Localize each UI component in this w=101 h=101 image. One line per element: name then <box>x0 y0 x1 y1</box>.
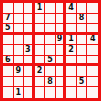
cell-r8c1-empty[interactable] <box>3 77 14 88</box>
cell-r6c4-empty[interactable] <box>35 56 46 67</box>
cell-r5c3-given[interactable]: 3 <box>24 45 35 56</box>
cell-r3c5-empty[interactable] <box>45 24 56 35</box>
cell-r2c4-empty[interactable] <box>35 14 46 25</box>
cell-r2c2-empty[interactable] <box>14 14 25 25</box>
cell-r1c7-given[interactable]: 4 <box>66 3 77 14</box>
cell-r8c8-given[interactable]: 5 <box>77 77 88 88</box>
cell-r7c1-empty[interactable] <box>3 66 14 77</box>
cell-r2c6-empty[interactable] <box>56 14 67 25</box>
cell-r1c2-empty[interactable] <box>14 3 25 14</box>
cell-r9c1-empty[interactable] <box>3 87 14 98</box>
cell-r1c5-empty[interactable] <box>45 3 56 14</box>
cell-r6c8-empty[interactable] <box>77 56 88 67</box>
cell-r7c8-empty[interactable] <box>77 66 88 77</box>
cell-r6c3-empty[interactable] <box>24 56 35 67</box>
cell-r6c5-given[interactable]: 5 <box>45 56 56 67</box>
cell-r2c7-empty[interactable] <box>66 14 77 25</box>
cell-r2c8-given[interactable]: 8 <box>77 14 88 25</box>
cell-r3c7-empty[interactable] <box>66 24 77 35</box>
cell-r9c6-empty[interactable] <box>56 87 67 98</box>
cell-r5c1-empty[interactable] <box>3 45 14 56</box>
cell-r1c1-empty[interactable] <box>3 3 14 14</box>
cell-r7c5-empty[interactable] <box>45 66 56 77</box>
cell-r7c9-empty[interactable] <box>87 66 98 77</box>
cell-r2c1-given[interactable]: 7 <box>3 14 14 25</box>
cell-r3c6-empty[interactable] <box>56 24 67 35</box>
cell-r9c2-given[interactable]: 1 <box>14 87 25 98</box>
cell-r4c3-empty[interactable] <box>24 35 35 46</box>
cell-r3c3-empty[interactable] <box>24 24 35 35</box>
cell-r9c8-empty[interactable] <box>77 87 88 98</box>
cell-r6c7-empty[interactable] <box>66 56 77 67</box>
cell-r4c1-empty[interactable] <box>3 35 14 46</box>
cell-r5c8-empty[interactable] <box>77 45 88 56</box>
cell-r7c6-empty[interactable] <box>56 66 67 77</box>
cell-r7c3-empty[interactable] <box>24 66 35 77</box>
cell-r8c2-empty[interactable] <box>14 77 25 88</box>
cell-r7c7-empty[interactable] <box>66 66 77 77</box>
cell-r1c4-given[interactable]: 1 <box>35 3 46 14</box>
cell-r9c9-empty[interactable] <box>87 87 98 98</box>
cell-r8c7-empty[interactable] <box>66 77 77 88</box>
cell-r4c8-empty[interactable] <box>77 35 88 46</box>
cell-r7c4-given[interactable]: 2 <box>35 66 46 77</box>
cell-r6c9-empty[interactable] <box>87 56 98 67</box>
cell-r4c7-given[interactable]: 1 <box>66 35 77 46</box>
cell-r4c4-empty[interactable] <box>35 35 46 46</box>
cell-r4c9-given[interactable]: 4 <box>87 35 98 46</box>
cell-r8c3-empty[interactable] <box>24 77 35 88</box>
cell-r5c4-empty[interactable] <box>35 45 46 56</box>
cell-r5c5-empty[interactable] <box>45 45 56 56</box>
cell-r3c9-empty[interactable] <box>87 24 98 35</box>
cell-r1c9-empty[interactable] <box>87 3 98 14</box>
cell-r5c9-empty[interactable] <box>87 45 98 56</box>
cell-r6c6-empty[interactable] <box>56 56 67 67</box>
cell-r4c6-given[interactable]: 9 <box>56 35 67 46</box>
cell-r5c6-empty[interactable] <box>56 45 67 56</box>
cell-r8c5-given[interactable]: 8 <box>45 77 56 88</box>
cell-r1c6-empty[interactable] <box>56 3 67 14</box>
sudoku-board: 14785914326592851 <box>0 0 101 101</box>
cell-r3c4-empty[interactable] <box>35 24 46 35</box>
cell-r8c9-empty[interactable] <box>87 77 98 88</box>
cell-r5c2-empty[interactable] <box>14 45 25 56</box>
cell-r1c8-empty[interactable] <box>77 3 88 14</box>
cell-r2c9-empty[interactable] <box>87 14 98 25</box>
cell-r2c5-empty[interactable] <box>45 14 56 25</box>
cell-r1c3-empty[interactable] <box>24 3 35 14</box>
cell-r9c5-empty[interactable] <box>45 87 56 98</box>
cell-r5c7-given[interactable]: 2 <box>66 45 77 56</box>
cell-r7c2-given[interactable]: 9 <box>14 66 25 77</box>
cell-r9c7-empty[interactable] <box>66 87 77 98</box>
cell-r4c5-empty[interactable] <box>45 35 56 46</box>
cell-r8c6-empty[interactable] <box>56 77 67 88</box>
cell-r3c1-given[interactable]: 5 <box>3 24 14 35</box>
cell-r6c1-given[interactable]: 6 <box>3 56 14 67</box>
cell-r9c4-empty[interactable] <box>35 87 46 98</box>
cell-r2c3-empty[interactable] <box>24 14 35 25</box>
cell-r9c3-empty[interactable] <box>24 87 35 98</box>
cell-r6c2-empty[interactable] <box>14 56 25 67</box>
cell-r8c4-empty[interactable] <box>35 77 46 88</box>
cell-r4c2-empty[interactable] <box>14 35 25 46</box>
cell-r3c2-empty[interactable] <box>14 24 25 35</box>
cell-r3c8-empty[interactable] <box>77 24 88 35</box>
